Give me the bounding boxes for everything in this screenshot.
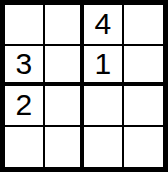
cell-r2c3[interactable]: 1 [84,46,124,87]
cell-r4c2[interactable] [45,127,85,168]
cell-r1c3[interactable]: 4 [84,5,124,46]
cell-r2c2[interactable] [45,46,85,87]
cell-r1c1[interactable] [5,5,45,46]
cell-r1c4[interactable] [124,5,164,46]
given-digit: 2 [15,90,32,120]
cell-r4c1[interactable] [5,127,45,168]
cell-r4c4[interactable] [124,127,164,168]
cell-r3c4[interactable] [124,86,164,127]
given-digit: 3 [15,49,32,79]
sudoku-board: 4312 [0,0,168,172]
given-digit: 4 [94,9,111,39]
cell-r3c2[interactable] [45,86,85,127]
cell-r2c4[interactable] [124,46,164,87]
sudoku-canvas: 4312 [0,0,168,172]
cell-r4c3[interactable] [84,127,124,168]
cell-r1c2[interactable] [45,5,85,46]
cell-r3c1[interactable]: 2 [5,86,45,127]
cell-r2c1[interactable]: 3 [5,46,45,87]
cell-r3c3[interactable] [84,86,124,127]
given-digit: 1 [94,49,111,79]
